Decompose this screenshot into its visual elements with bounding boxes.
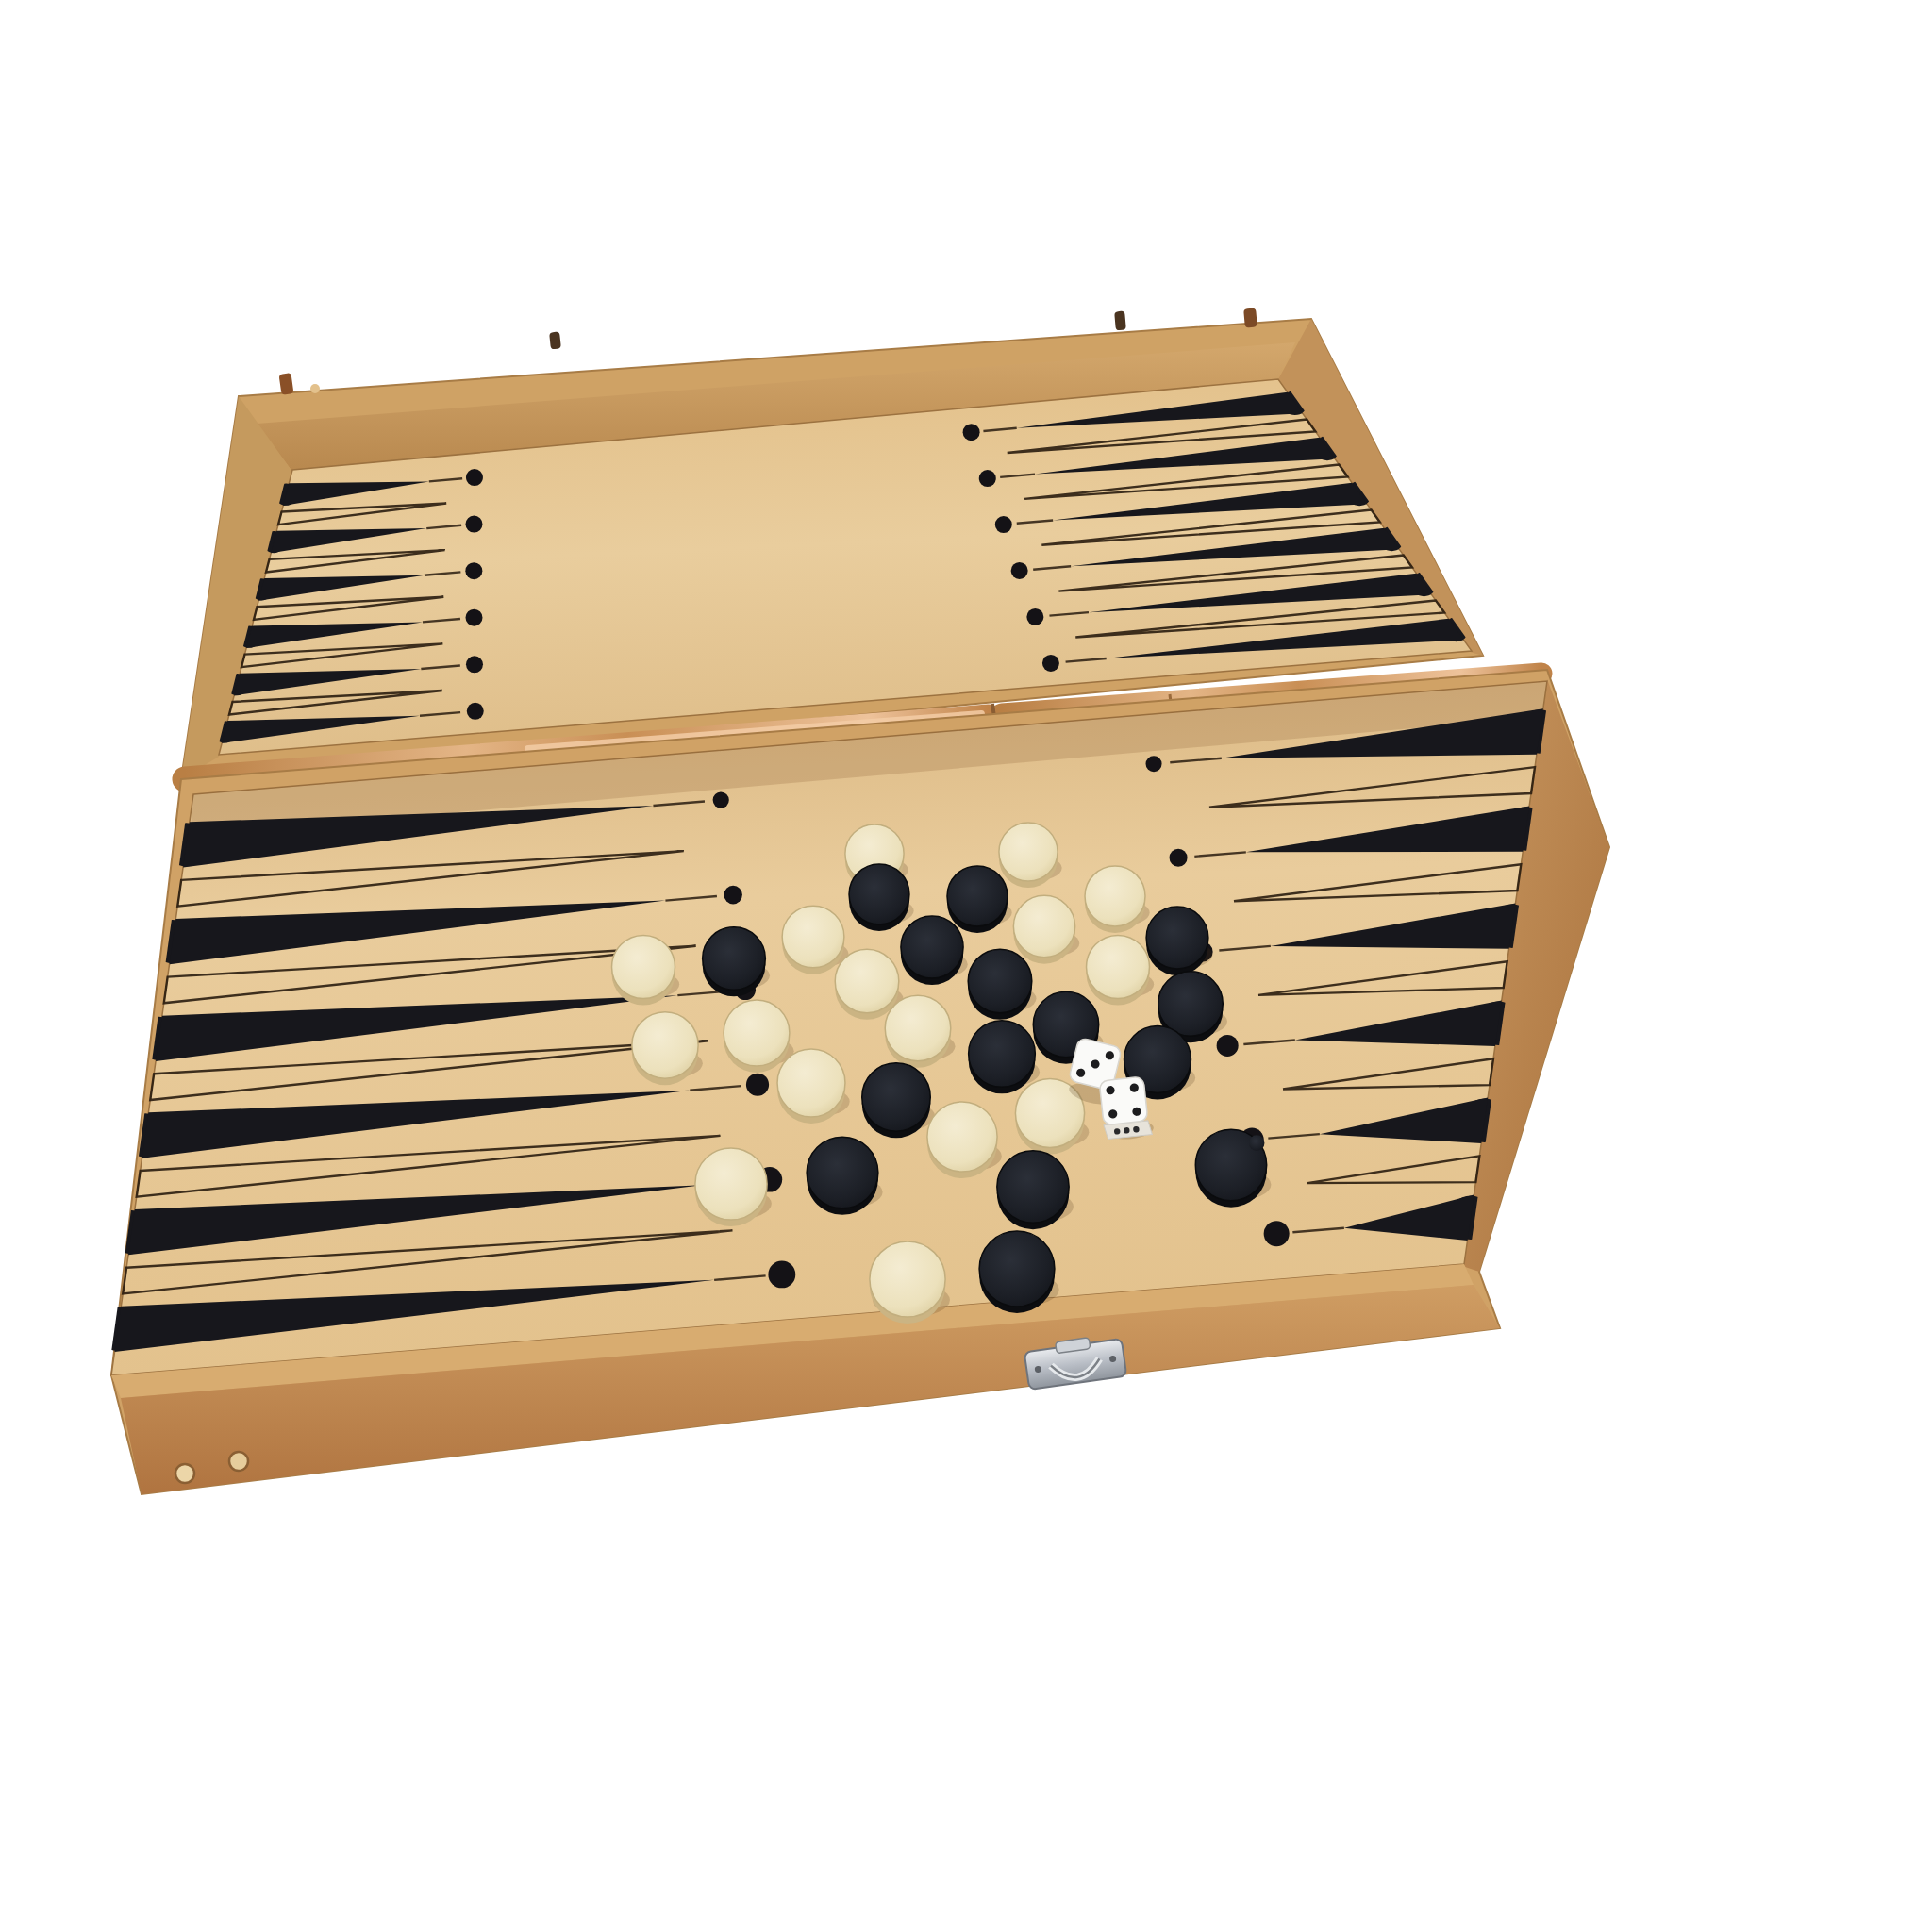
checker-white[interactable]	[1013, 895, 1074, 963]
checker-white[interactable]	[885, 995, 951, 1068]
checker-white[interactable]	[927, 1102, 997, 1178]
checker-black[interactable]	[997, 1151, 1069, 1229]
point-dot	[724, 886, 742, 905]
checker-black[interactable]	[947, 866, 1008, 933]
point-dot	[979, 470, 996, 487]
checker-black[interactable]	[849, 864, 909, 931]
point-dot	[467, 703, 484, 720]
point-dot	[995, 516, 1012, 533]
checker-white[interactable]	[777, 1049, 845, 1124]
checker-black[interactable]	[969, 1021, 1036, 1094]
checker-white[interactable]	[835, 949, 899, 1020]
point-dot	[465, 562, 482, 579]
checker-white[interactable]	[724, 1000, 790, 1073]
checker-black[interactable]	[968, 949, 1032, 1020]
checker-white[interactable]	[695, 1148, 767, 1226]
checker-white[interactable]	[782, 906, 844, 974]
point-dot	[768, 1260, 795, 1288]
point-dot	[465, 609, 482, 626]
point-dot	[466, 469, 483, 486]
tray-half	[96, 670, 1609, 1494]
checker-white[interactable]	[1087, 936, 1150, 1006]
backgammon-case	[0, 0, 1932, 1932]
checker-white[interactable]	[612, 936, 675, 1006]
point-dot	[1146, 756, 1162, 772]
checker-white[interactable]	[870, 1241, 945, 1324]
checker-white[interactable]	[632, 1012, 698, 1085]
point-dot	[1264, 1221, 1290, 1246]
checker-black[interactable]	[901, 916, 963, 985]
checker-black[interactable]	[862, 1063, 931, 1139]
point-dot	[1042, 655, 1059, 672]
checker-black[interactable]	[703, 927, 766, 997]
point-dot	[465, 516, 482, 533]
point-dot	[1011, 562, 1028, 579]
point-dot	[713, 791, 729, 808]
point-dot	[1217, 1035, 1239, 1057]
point-dot	[963, 424, 980, 441]
checker-black[interactable]	[1146, 907, 1208, 975]
checker-black[interactable]	[979, 1231, 1055, 1313]
point-dot	[746, 1074, 769, 1096]
checker-white[interactable]	[999, 823, 1058, 888]
point-dot	[466, 656, 483, 673]
checker-black[interactable]	[807, 1137, 878, 1215]
photo-stage	[0, 0, 1932, 1932]
point-dot	[1170, 849, 1188, 867]
point-dot	[1026, 608, 1043, 625]
checker-black[interactable]	[1195, 1129, 1266, 1207]
checker-white[interactable]	[1085, 866, 1145, 933]
